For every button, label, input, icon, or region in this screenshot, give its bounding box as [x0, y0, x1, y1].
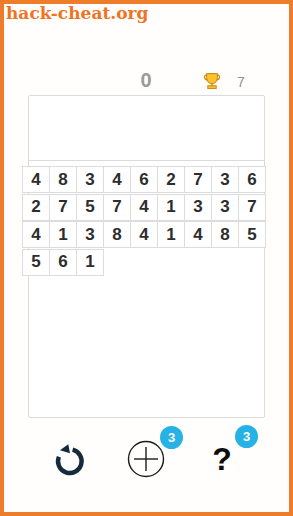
- grid-row-4: 5 6 1: [22, 249, 266, 276]
- app-screen: hack-cheat.org 0 7 4 8 3 4 6 2 7 3 6 2 7: [0, 0, 293, 516]
- number-cell[interactable]: 1: [49, 221, 77, 248]
- hint-badge: 3: [235, 425, 258, 448]
- watermark-text: hack-cheat.org: [6, 3, 148, 23]
- plus-circle-icon: [127, 464, 165, 481]
- number-grid: 4 8 3 4 6 2 7 3 6 2 7 5 7 4 1 3 3 7 4 1 …: [22, 166, 266, 276]
- board-top-area: [29, 96, 264, 161]
- score-value: 0: [130, 69, 162, 92]
- number-cell[interactable]: 1: [76, 249, 104, 276]
- undo-icon: [49, 466, 91, 483]
- number-cell[interactable]: 1: [157, 221, 185, 248]
- number-cell[interactable]: 8: [103, 221, 131, 248]
- number-cell[interactable]: 1: [157, 194, 185, 221]
- number-cell[interactable]: 8: [49, 166, 77, 193]
- hint-button[interactable]: ?: [208, 438, 236, 480]
- number-cell[interactable]: 3: [184, 194, 212, 221]
- add-numbers-button[interactable]: [127, 440, 165, 478]
- grid-row-1: 4 8 3 4 6 2 7 3 6: [22, 166, 266, 193]
- number-cell[interactable]: 7: [238, 194, 266, 221]
- best-score-value: 7: [232, 74, 250, 90]
- number-cell[interactable]: 4: [22, 221, 50, 248]
- number-cell[interactable]: 2: [157, 166, 185, 193]
- add-numbers-badge: 3: [160, 426, 183, 449]
- number-cell[interactable]: 6: [49, 249, 77, 276]
- number-cell[interactable]: 5: [22, 249, 50, 276]
- number-cell[interactable]: 6: [238, 166, 266, 193]
- number-cell[interactable]: 7: [184, 166, 212, 193]
- number-cell[interactable]: 4: [184, 221, 212, 248]
- number-cell[interactable]: 3: [76, 166, 104, 193]
- number-cell[interactable]: 4: [130, 221, 158, 248]
- number-cell[interactable]: 3: [211, 194, 239, 221]
- number-cell[interactable]: 6: [130, 166, 158, 193]
- number-cell[interactable]: 5: [238, 221, 266, 248]
- number-cell[interactable]: 3: [76, 221, 104, 248]
- grid-row-2: 2 7 5 7 4 1 3 3 7: [22, 194, 266, 221]
- trophy-icon: [202, 71, 222, 91]
- number-cell[interactable]: 4: [103, 166, 131, 193]
- number-cell[interactable]: 8: [211, 221, 239, 248]
- number-cell[interactable]: 7: [49, 194, 77, 221]
- grid-row-3: 4 1 3 8 4 1 4 8 5: [22, 221, 266, 248]
- number-cell[interactable]: 4: [22, 166, 50, 193]
- number-cell[interactable]: 4: [130, 194, 158, 221]
- number-cell[interactable]: 7: [103, 194, 131, 221]
- undo-button[interactable]: [49, 438, 91, 480]
- number-cell[interactable]: 5: [76, 194, 104, 221]
- number-cell[interactable]: 2: [22, 194, 50, 221]
- number-cell[interactable]: 3: [211, 166, 239, 193]
